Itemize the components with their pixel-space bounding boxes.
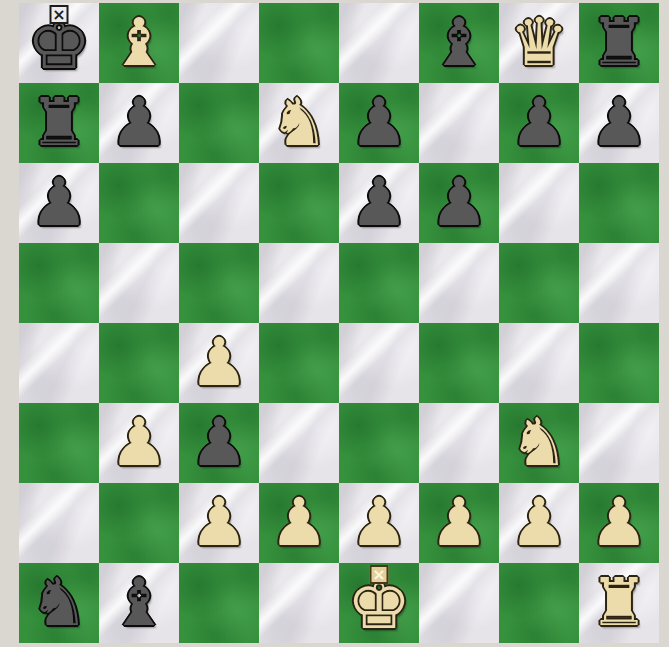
square-f5[interactable] <box>419 243 499 323</box>
piece-white-pawn[interactable]: ♟ <box>109 403 168 483</box>
square-b8[interactable]: ♝ <box>99 3 179 83</box>
piece-black-pawn[interactable]: ♟ <box>589 83 648 163</box>
square-f8[interactable]: ♝ <box>419 3 499 83</box>
square-b1[interactable]: ♝ <box>99 563 179 643</box>
square-c5[interactable] <box>179 243 259 323</box>
chess-board: ♚×♝♝♛♜♜♟♞♟♟♟♟♟♟♟♟♟♞♟♟♟♟♟♟♞♝♚×♜ <box>19 3 659 643</box>
piece-white-queen[interactable]: ♛ <box>509 3 568 83</box>
square-c6[interactable] <box>179 163 259 243</box>
square-g3[interactable]: ♞ <box>499 403 579 483</box>
square-e3[interactable] <box>339 403 419 483</box>
square-d5[interactable] <box>259 243 339 323</box>
page: ♚×♝♝♛♜♜♟♞♟♟♟♟♟♟♟♟♟♞♟♟♟♟♟♟♞♝♚×♜ <box>0 0 669 647</box>
square-c1[interactable] <box>179 563 259 643</box>
piece-black-bishop[interactable]: ♝ <box>109 563 168 643</box>
square-h6[interactable] <box>579 163 659 243</box>
square-h3[interactable] <box>579 403 659 483</box>
square-g2[interactable]: ♟ <box>499 483 579 563</box>
square-b4[interactable] <box>99 323 179 403</box>
piece-white-pawn[interactable]: ♟ <box>509 483 568 563</box>
piece-white-pawn[interactable]: ♟ <box>589 483 648 563</box>
square-f7[interactable] <box>419 83 499 163</box>
square-e1[interactable]: ♚× <box>339 563 419 643</box>
square-d3[interactable] <box>259 403 339 483</box>
square-d8[interactable] <box>259 3 339 83</box>
square-h4[interactable] <box>579 323 659 403</box>
square-a8[interactable]: ♚× <box>19 3 99 83</box>
square-d7[interactable]: ♞ <box>259 83 339 163</box>
square-a6[interactable]: ♟ <box>19 163 99 243</box>
piece-black-pawn[interactable]: ♟ <box>349 83 408 163</box>
square-a5[interactable] <box>19 243 99 323</box>
square-e4[interactable] <box>339 323 419 403</box>
piece-white-bishop[interactable]: ♝ <box>109 3 168 83</box>
square-g4[interactable] <box>499 323 579 403</box>
piece-black-pawn[interactable]: ♟ <box>189 403 248 483</box>
square-c8[interactable] <box>179 3 259 83</box>
square-c4[interactable]: ♟ <box>179 323 259 403</box>
square-a3[interactable] <box>19 403 99 483</box>
piece-black-knight[interactable]: ♞ <box>29 563 88 643</box>
square-b6[interactable] <box>99 163 179 243</box>
square-b5[interactable] <box>99 243 179 323</box>
square-g1[interactable] <box>499 563 579 643</box>
square-h1[interactable]: ♜ <box>579 563 659 643</box>
piece-black-rook[interactable]: ♜ <box>589 3 648 83</box>
square-a1[interactable]: ♞ <box>19 563 99 643</box>
piece-white-knight[interactable]: ♞ <box>509 403 568 483</box>
square-d4[interactable] <box>259 323 339 403</box>
square-a2[interactable] <box>19 483 99 563</box>
square-e5[interactable] <box>339 243 419 323</box>
square-h7[interactable]: ♟ <box>579 83 659 163</box>
square-g8[interactable]: ♛ <box>499 3 579 83</box>
square-g5[interactable] <box>499 243 579 323</box>
square-a7[interactable]: ♜ <box>19 83 99 163</box>
piece-white-pawn[interactable]: ♟ <box>189 323 248 403</box>
square-e2[interactable]: ♟ <box>339 483 419 563</box>
square-d1[interactable] <box>259 563 339 643</box>
square-h8[interactable]: ♜ <box>579 3 659 83</box>
piece-white-pawn[interactable]: ♟ <box>269 483 328 563</box>
piece-white-pawn[interactable]: ♟ <box>349 483 408 563</box>
square-e8[interactable] <box>339 3 419 83</box>
square-f3[interactable] <box>419 403 499 483</box>
square-g6[interactable] <box>499 163 579 243</box>
piece-black-pawn[interactable]: ♟ <box>509 83 568 163</box>
square-e7[interactable]: ♟ <box>339 83 419 163</box>
square-d2[interactable]: ♟ <box>259 483 339 563</box>
square-b7[interactable]: ♟ <box>99 83 179 163</box>
piece-white-knight[interactable]: ♞ <box>269 83 328 163</box>
square-f2[interactable]: ♟ <box>419 483 499 563</box>
square-b3[interactable]: ♟ <box>99 403 179 483</box>
square-d6[interactable] <box>259 163 339 243</box>
piece-white-rook[interactable]: ♜ <box>589 563 648 643</box>
square-h2[interactable]: ♟ <box>579 483 659 563</box>
piece-white-pawn[interactable]: ♟ <box>429 483 488 563</box>
piece-white-pawn[interactable]: ♟ <box>189 483 248 563</box>
king-marker-icon: × <box>50 5 69 24</box>
square-c7[interactable] <box>179 83 259 163</box>
piece-black-pawn[interactable]: ♟ <box>429 163 488 243</box>
square-f1[interactable] <box>419 563 499 643</box>
piece-black-pawn[interactable]: ♟ <box>29 163 88 243</box>
square-c2[interactable]: ♟ <box>179 483 259 563</box>
square-b2[interactable] <box>99 483 179 563</box>
square-f4[interactable] <box>419 323 499 403</box>
piece-black-rook[interactable]: ♜ <box>29 83 88 163</box>
square-h5[interactable] <box>579 243 659 323</box>
square-g7[interactable]: ♟ <box>499 83 579 163</box>
piece-black-pawn[interactable]: ♟ <box>109 83 168 163</box>
piece-black-pawn[interactable]: ♟ <box>349 163 408 243</box>
square-e6[interactable]: ♟ <box>339 163 419 243</box>
square-c3[interactable]: ♟ <box>179 403 259 483</box>
piece-black-bishop[interactable]: ♝ <box>429 3 488 83</box>
king-marker-icon: × <box>370 565 389 584</box>
square-a4[interactable] <box>19 323 99 403</box>
square-f6[interactable]: ♟ <box>419 163 499 243</box>
